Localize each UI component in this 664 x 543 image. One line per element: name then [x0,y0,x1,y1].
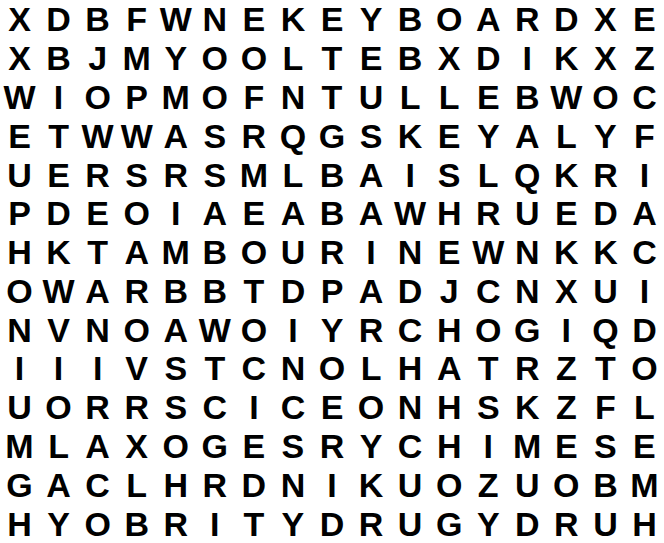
grid-cell-r10c16[interactable]: T [586,349,625,388]
grid-cell-r10c6[interactable]: T [195,349,234,388]
grid-cell-r10c3[interactable]: I [78,349,117,388]
grid-cell-r13c1[interactable]: G [0,465,39,504]
grid-cell-r2c7[interactable]: O [234,39,273,78]
grid-cell-r1c12[interactable]: O [430,0,469,39]
grid-cell-r7c7[interactable]: O [234,233,273,272]
grid-cell-r10c11[interactable]: H [391,349,430,388]
grid-cell-r7c12[interactable]: E [430,233,469,272]
grid-cell-r3c9[interactable]: T [312,78,351,117]
grid-cell-r12c4[interactable]: X [117,427,156,466]
grid-cell-r11c16[interactable]: F [586,388,625,427]
grid-cell-r14c1[interactable]: H [0,504,39,543]
grid-cell-r4c9[interactable]: G [312,116,351,155]
grid-cell-r3c11[interactable]: L [391,78,430,117]
grid-cell-r8c4[interactable]: R [117,271,156,310]
grid-cell-r9c1[interactable]: N [0,310,39,349]
grid-cell-r7c4[interactable]: A [117,233,156,272]
grid-cell-r6c8[interactable]: A [273,194,312,233]
grid-cell-r4c8[interactable]: Q [273,116,312,155]
grid-cell-r11c8[interactable]: C [273,388,312,427]
grid-cell-r14c8[interactable]: Y [273,504,312,543]
grid-cell-r1c1[interactable]: X [0,0,39,39]
grid-cell-r10c9[interactable]: O [312,349,351,388]
grid-cell-r2c13[interactable]: D [469,39,508,78]
grid-cell-r12c12[interactable]: H [430,427,469,466]
grid-cell-r6c7[interactable]: E [234,194,273,233]
grid-cell-r11c2[interactable]: O [39,388,78,427]
grid-cell-r3c7[interactable]: F [234,78,273,117]
grid-cell-r6c13[interactable]: R [469,194,508,233]
grid-cell-r11c10[interactable]: O [352,388,391,427]
grid-cell-r12c13[interactable]: I [469,427,508,466]
grid-cell-r7c1[interactable]: H [0,233,39,272]
grid-cell-r3c13[interactable]: E [469,78,508,117]
grid-cell-r4c11[interactable]: K [391,116,430,155]
grid-cell-r4c6[interactable]: S [195,116,234,155]
grid-cell-r5c6[interactable]: S [195,155,234,194]
grid-cell-r5c9[interactable]: B [312,155,351,194]
grid-cell-r8c17[interactable]: I [625,271,664,310]
grid-cell-r8c1[interactable]: O [0,271,39,310]
grid-cell-r13c8[interactable]: N [273,465,312,504]
grid-cell-r14c5[interactable]: R [156,504,195,543]
grid-cell-r8c14[interactable]: N [508,271,547,310]
grid-cell-r10c8[interactable]: N [273,349,312,388]
grid-cell-r8c15[interactable]: X [547,271,586,310]
grid-cell-r13c17[interactable]: M [625,465,664,504]
grid-cell-r14c2[interactable]: Y [39,504,78,543]
grid-cell-r1c8[interactable]: K [273,0,312,39]
grid-cell-r9c7[interactable]: O [234,310,273,349]
grid-cell-r3c4[interactable]: P [117,78,156,117]
grid-cell-r11c6[interactable]: C [195,388,234,427]
grid-cell-r1c6[interactable]: N [195,0,234,39]
grid-cell-r4c15[interactable]: L [547,116,586,155]
grid-cell-r10c2[interactable]: I [39,349,78,388]
grid-cell-r4c13[interactable]: Y [469,116,508,155]
grid-cell-r11c9[interactable]: E [312,388,351,427]
grid-cell-r10c5[interactable]: S [156,349,195,388]
grid-cell-r1c2[interactable]: D [39,0,78,39]
grid-cell-r9c4[interactable]: O [117,310,156,349]
grid-cell-r2c4[interactable]: M [117,39,156,78]
grid-cell-r9c12[interactable]: H [430,310,469,349]
grid-cell-r8c5[interactable]: B [156,271,195,310]
word-search-grid: XDBFWNEKEYBOARDXEXBJMYOOLTEBXDIKXZWIOPMO… [0,0,664,543]
grid-cell-r1c10[interactable]: Y [352,0,391,39]
grid-cell-r8c9[interactable]: P [312,271,351,310]
grid-cell-r13c3[interactable]: C [78,465,117,504]
grid-cell-r2c2[interactable]: B [39,39,78,78]
grid-cell-r5c8[interactable]: L [273,155,312,194]
grid-cell-r10c15[interactable]: Z [547,349,586,388]
grid-cell-r14c11[interactable]: U [391,504,430,543]
grid-cell-r12c5[interactable]: O [156,427,195,466]
grid-cell-r14c12[interactable]: G [430,504,469,543]
grid-cell-r6c15[interactable]: E [547,194,586,233]
grid-cell-r11c12[interactable]: H [430,388,469,427]
grid-cell-r14c9[interactable]: D [312,504,351,543]
grid-cell-r5c11[interactable]: I [391,155,430,194]
grid-cell-r5c17[interactable]: I [625,155,664,194]
grid-cell-r8c8[interactable]: D [273,271,312,310]
grid-cell-r8c12[interactable]: J [430,271,469,310]
grid-cell-r3c17[interactable]: C [625,78,664,117]
grid-cell-r5c5[interactable]: R [156,155,195,194]
grid-cell-r13c14[interactable]: U [508,465,547,504]
grid-cell-r9c3[interactable]: N [78,310,117,349]
grid-cell-r3c14[interactable]: B [508,78,547,117]
grid-cell-r2c8[interactable]: L [273,39,312,78]
grid-cell-r1c15[interactable]: D [547,0,586,39]
grid-cell-r1c4[interactable]: F [117,0,156,39]
grid-cell-r3c16[interactable]: O [586,78,625,117]
grid-cell-r5c12[interactable]: S [430,155,469,194]
grid-cell-r11c13[interactable]: S [469,388,508,427]
grid-cell-r9c14[interactable]: G [508,310,547,349]
grid-cell-r1c11[interactable]: B [391,0,430,39]
grid-cell-r11c3[interactable]: R [78,388,117,427]
grid-cell-r7c2[interactable]: K [39,233,78,272]
grid-cell-r14c15[interactable]: R [547,504,586,543]
grid-cell-r10c13[interactable]: T [469,349,508,388]
grid-cell-r6c1[interactable]: P [0,194,39,233]
grid-cell-r10c1[interactable]: I [0,349,39,388]
grid-cell-r1c13[interactable]: A [469,0,508,39]
grid-cell-r14c16[interactable]: U [586,504,625,543]
grid-cell-r1c14[interactable]: R [508,0,547,39]
grid-cell-r7c3[interactable]: T [78,233,117,272]
grid-cell-r10c12[interactable]: A [430,349,469,388]
grid-cell-r8c13[interactable]: C [469,271,508,310]
grid-cell-r11c15[interactable]: Z [547,388,586,427]
grid-cell-r4c1[interactable]: E [0,116,39,155]
grid-cell-r1c7[interactable]: E [234,0,273,39]
grid-cell-r3c6[interactable]: O [195,78,234,117]
grid-cell-r14c6[interactable]: I [195,504,234,543]
grid-cell-r5c4[interactable]: S [117,155,156,194]
grid-cell-r2c15[interactable]: K [547,39,586,78]
grid-cell-r4c12[interactable]: E [430,116,469,155]
grid-cell-r2c5[interactable]: Y [156,39,195,78]
grid-cell-r6c14[interactable]: U [508,194,547,233]
grid-cell-r5c1[interactable]: U [0,155,39,194]
grid-cell-r5c2[interactable]: E [39,155,78,194]
grid-cell-r11c11[interactable]: N [391,388,430,427]
grid-cell-r12c3[interactable]: A [78,427,117,466]
grid-cell-r11c5[interactable]: S [156,388,195,427]
grid-cell-r9c17[interactable]: D [625,310,664,349]
grid-cell-r11c7[interactable]: I [234,388,273,427]
grid-cell-r12c8[interactable]: S [273,427,312,466]
grid-cell-r9c13[interactable]: O [469,310,508,349]
grid-cell-r7c15[interactable]: K [547,233,586,272]
grid-cell-r2c14[interactable]: I [508,39,547,78]
grid-cell-r6c5[interactable]: I [156,194,195,233]
grid-cell-r12c17[interactable]: E [625,427,664,466]
grid-cell-r13c2[interactable]: A [39,465,78,504]
grid-cell-r12c7[interactable]: E [234,427,273,466]
grid-cell-r1c16[interactable]: X [586,0,625,39]
grid-cell-r9c10[interactable]: R [352,310,391,349]
grid-cell-r7c8[interactable]: U [273,233,312,272]
grid-cell-r12c2[interactable]: L [39,427,78,466]
grid-cell-r3c5[interactable]: M [156,78,195,117]
grid-cell-r2c17[interactable]: Z [625,39,664,78]
grid-cell-r6c10[interactable]: A [352,194,391,233]
grid-cell-r7c11[interactable]: N [391,233,430,272]
grid-cell-r11c17[interactable]: L [625,388,664,427]
grid-cell-r12c6[interactable]: G [195,427,234,466]
grid-cell-r14c17[interactable]: H [625,504,664,543]
grid-cell-r13c13[interactable]: Z [469,465,508,504]
grid-cell-r8c6[interactable]: B [195,271,234,310]
grid-cell-r3c12[interactable]: L [430,78,469,117]
grid-cell-r6c2[interactable]: D [39,194,78,233]
grid-cell-r14c14[interactable]: D [508,504,547,543]
grid-cell-r4c17[interactable]: F [625,116,664,155]
grid-cell-r2c9[interactable]: T [312,39,351,78]
grid-cell-r7c13[interactable]: W [469,233,508,272]
grid-cell-r5c15[interactable]: K [547,155,586,194]
grid-cell-r3c15[interactable]: W [547,78,586,117]
grid-cell-r12c11[interactable]: C [391,427,430,466]
grid-cell-r8c7[interactable]: T [234,271,273,310]
grid-cell-r7c5[interactable]: M [156,233,195,272]
grid-cell-r14c4[interactable]: B [117,504,156,543]
grid-cell-r5c7[interactable]: M [234,155,273,194]
grid-cell-r10c10[interactable]: L [352,349,391,388]
grid-cell-r13c5[interactable]: H [156,465,195,504]
grid-cell-r4c7[interactable]: R [234,116,273,155]
grid-cell-r4c4[interactable]: W [117,116,156,155]
grid-cell-r4c5[interactable]: A [156,116,195,155]
grid-cell-r6c4[interactable]: O [117,194,156,233]
grid-cell-r6c9[interactable]: B [312,194,351,233]
grid-cell-r6c16[interactable]: D [586,194,625,233]
grid-cell-r14c13[interactable]: Y [469,504,508,543]
grid-cell-r1c9[interactable]: E [312,0,351,39]
grid-cell-r9c5[interactable]: A [156,310,195,349]
grid-cell-r13c6[interactable]: R [195,465,234,504]
grid-cell-r2c11[interactable]: B [391,39,430,78]
grid-cell-r4c10[interactable]: S [352,116,391,155]
grid-cell-r13c15[interactable]: O [547,465,586,504]
grid-cell-r14c7[interactable]: T [234,504,273,543]
grid-cell-r1c3[interactable]: B [78,0,117,39]
grid-cell-r11c1[interactable]: U [0,388,39,427]
grid-cell-r3c10[interactable]: U [352,78,391,117]
grid-cell-r9c8[interactable]: I [273,310,312,349]
grid-cell-r8c16[interactable]: U [586,271,625,310]
grid-cell-r7c17[interactable]: C [625,233,664,272]
grid-cell-r5c13[interactable]: L [469,155,508,194]
grid-cell-r10c7[interactable]: C [234,349,273,388]
grid-cell-r11c14[interactable]: K [508,388,547,427]
grid-cell-r14c10[interactable]: R [352,504,391,543]
grid-cell-r5c14[interactable]: Q [508,155,547,194]
grid-cell-r5c10[interactable]: A [352,155,391,194]
grid-cell-r9c9[interactable]: Y [312,310,351,349]
grid-cell-r13c12[interactable]: O [430,465,469,504]
grid-cell-r12c15[interactable]: E [547,427,586,466]
grid-cell-r14c3[interactable]: O [78,504,117,543]
grid-cell-r11c4[interactable]: R [117,388,156,427]
grid-cell-r4c16[interactable]: Y [586,116,625,155]
grid-cell-r12c16[interactable]: S [586,427,625,466]
grid-cell-r9c15[interactable]: I [547,310,586,349]
grid-cell-r13c11[interactable]: U [391,465,430,504]
grid-cell-r4c2[interactable]: T [39,116,78,155]
grid-cell-r2c10[interactable]: E [352,39,391,78]
grid-cell-r7c16[interactable]: K [586,233,625,272]
grid-cell-r3c8[interactable]: N [273,78,312,117]
grid-cell-r10c4[interactable]: V [117,349,156,388]
grid-cell-r3c3[interactable]: O [78,78,117,117]
grid-cell-r2c12[interactable]: X [430,39,469,78]
grid-cell-r6c3[interactable]: E [78,194,117,233]
grid-cell-r12c1[interactable]: M [0,427,39,466]
grid-cell-r9c11[interactable]: C [391,310,430,349]
grid-cell-r9c16[interactable]: Q [586,310,625,349]
grid-cell-r10c14[interactable]: R [508,349,547,388]
grid-cell-r10c17[interactable]: O [625,349,664,388]
grid-cell-r7c14[interactable]: N [508,233,547,272]
grid-cell-r3c2[interactable]: I [39,78,78,117]
grid-cell-r7c10[interactable]: I [352,233,391,272]
grid-cell-r4c3[interactable]: W [78,116,117,155]
grid-cell-r12c10[interactable]: Y [352,427,391,466]
grid-cell-r12c14[interactable]: M [508,427,547,466]
grid-cell-r13c4[interactable]: L [117,465,156,504]
grid-cell-r13c10[interactable]: K [352,465,391,504]
grid-cell-r2c6[interactable]: O [195,39,234,78]
grid-cell-r13c16[interactable]: B [586,465,625,504]
grid-cell-r12c9[interactable]: R [312,427,351,466]
grid-cell-r8c2[interactable]: W [39,271,78,310]
grid-cell-r7c9[interactable]: R [312,233,351,272]
grid-cell-r13c9[interactable]: I [312,465,351,504]
grid-cell-r4c14[interactable]: A [508,116,547,155]
grid-cell-r6c17[interactable]: A [625,194,664,233]
grid-cell-r8c3[interactable]: A [78,271,117,310]
grid-cell-r8c10[interactable]: A [352,271,391,310]
grid-cell-r9c2[interactable]: V [39,310,78,349]
grid-cell-r2c1[interactable]: X [0,39,39,78]
grid-cell-r6c12[interactable]: H [430,194,469,233]
grid-cell-r2c3[interactable]: J [78,39,117,78]
grid-cell-r1c5[interactable]: W [156,0,195,39]
grid-cell-r5c16[interactable]: R [586,155,625,194]
grid-cell-r5c3[interactable]: R [78,155,117,194]
grid-cell-r1c17[interactable]: E [625,0,664,39]
grid-cell-r2c16[interactable]: X [586,39,625,78]
grid-cell-r6c11[interactable]: W [391,194,430,233]
grid-cell-r7c6[interactable]: B [195,233,234,272]
grid-cell-r6c6[interactable]: A [195,194,234,233]
grid-cell-r9c6[interactable]: W [195,310,234,349]
grid-cell-r3c1[interactable]: W [0,78,39,117]
grid-cell-r13c7[interactable]: D [234,465,273,504]
grid-cell-r8c11[interactable]: D [391,271,430,310]
